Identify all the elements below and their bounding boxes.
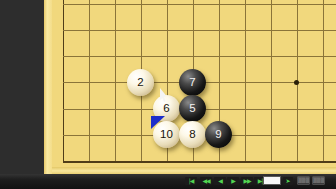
board-bevel-bottom [52,167,336,174]
grid-line-horizontal [63,4,336,5]
move-number-input[interactable] [263,176,281,185]
stone-white-8[interactable]: 8 [179,121,206,148]
board-bevel-left [44,0,52,174]
nav-back-button[interactable]: ◀ [214,177,226,185]
stone-black-7[interactable]: 7 [179,69,206,96]
stone-move-number: 5 [189,103,195,115]
grid-line-vertical [271,0,272,162]
stone-black-9[interactable]: 9 [205,121,232,148]
last-move-triangle-marker [151,116,165,129]
grid-line-vertical [115,0,116,162]
grid-line-horizontal [63,161,336,163]
app-window: 27651089 |◀◀◀◀▶▶▶▶|➤▒▒▒▒▒▒ [0,0,336,189]
nav-first-button[interactable]: |◀ [185,177,197,185]
grid-line-vertical [323,0,324,162]
grid-line-vertical [63,0,64,162]
stone-black-5[interactable]: 5 [179,95,206,122]
stone-move-number: 2 [137,77,143,89]
stone-move-number: 8 [189,129,195,141]
nav-forward-button[interactable]: ▶ [227,177,239,185]
stone-move-number: 10 [160,129,173,141]
grid-line-vertical [89,0,90,162]
stone-move-number: 7 [189,77,195,89]
nav-back-fast-button[interactable]: ◀◀ [200,177,212,185]
toolbar-extra-button-1[interactable]: ▒▒▒ [297,176,310,185]
go-to-move-button[interactable]: ➤ [283,177,293,185]
grid-line-vertical [245,0,246,162]
stone-white-2[interactable]: 2 [127,69,154,96]
stone-move-number: 9 [215,129,221,141]
grid-line-horizontal [63,30,336,31]
stone-move-number: 6 [163,103,169,115]
grid-line-horizontal [63,56,336,57]
nav-forward-fast-button[interactable]: ▶▶ [241,177,253,185]
toolbar-extra-button-2[interactable]: ▒▒▒ [312,176,325,185]
